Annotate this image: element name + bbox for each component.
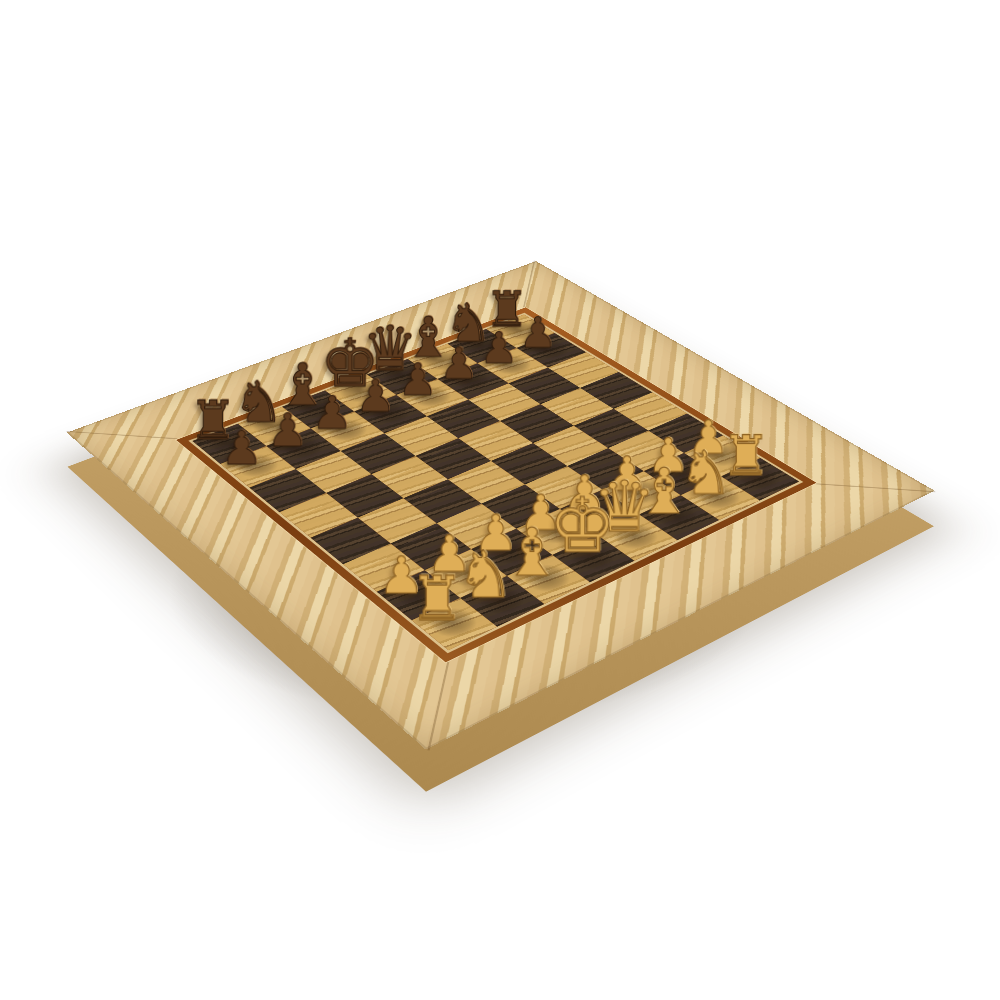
playing-field: ♜♟♟♜♞♟♟♞♝♟♟♝♛♟♟♛♚♟♟♚♝♟♟♝♞♟♟♞♜♟♟♜	[188, 313, 803, 654]
frame-miter-joint	[816, 483, 936, 492]
black-bishop: ♝	[277, 356, 329, 414]
squares-grid: ♜♟♟♜♞♟♟♞♝♟♟♝♛♟♟♛♚♟♟♚♝♟♟♝♞♟♟♞♜♟♟♜	[192, 314, 799, 650]
black-king: ♚	[320, 330, 371, 397]
product-photo: ♜♟♟♜♞♟♟♞♝♟♟♝♛♟♟♛♚♟♟♚♝♟♟♝♞♟♟♞♜♟♟♜	[0, 0, 1000, 1000]
square-a2: ♟	[684, 435, 760, 476]
black-rook: ♜	[186, 394, 240, 448]
black-bishop: ♝	[403, 309, 453, 365]
frame-miter-joint	[66, 431, 177, 439]
board-scene: ♜♟♟♜♞♟♟♞♝♟♟♝♛♟♟♛♚♟♟♚♝♟♟♝♞♟♟♞♜♟♟♜	[182, 152, 800, 770]
black-knight: ♞	[443, 296, 492, 349]
square-d4	[491, 443, 567, 484]
black-knight: ♞	[232, 374, 285, 431]
black-queen: ♛	[362, 319, 413, 381]
frame-miter-joint	[427, 662, 449, 751]
square-g4	[358, 498, 437, 543]
black-rook: ♜	[483, 286, 532, 335]
frame-miter-joint	[523, 261, 535, 308]
